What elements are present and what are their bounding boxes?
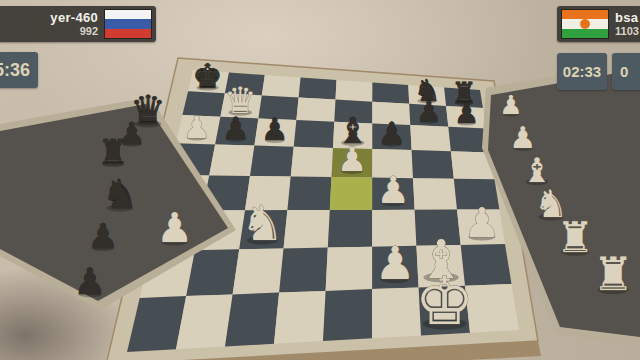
chess-board[interactable]: ♛♟♜♞♟♟♟♟♝♞♜♜♚♞♜♛♟♟♟♟♟♝♟♟♟♟♞♟♟♝♚	[0, 0, 640, 360]
chess-board-svg[interactable]: ♛♟♜♞♟♟♟♟♝♞♜♜♚♞♜♛♟♟♟♟♟♝♟♟♟♟♞♟♟♝♚	[0, 0, 640, 360]
svg-text:♟: ♟	[377, 169, 410, 212]
svg-text:♟: ♟	[499, 90, 522, 120]
left-player-timer: 5:36	[0, 52, 38, 88]
left-player-plate: yer-460 992	[0, 6, 156, 42]
svg-text:♟: ♟	[454, 97, 479, 130]
svg-text:♟: ♟	[88, 216, 118, 256]
svg-text:♟: ♟	[337, 140, 367, 179]
svg-text:♟: ♟	[183, 110, 210, 145]
game-screen: ♛♟♜♞♟♟♟♟♝♞♜♜♚♞♜♛♟♟♟♟♟♝♟♟♟♟♞♟♟♝♚ yer-460 …	[0, 0, 640, 360]
svg-text:♞: ♞	[241, 195, 284, 251]
niger-flag-icon	[561, 9, 609, 39]
svg-text:♞: ♞	[102, 171, 138, 217]
svg-text:♚: ♚	[192, 57, 222, 96]
right-player-timer: 02:33	[557, 53, 607, 90]
right-player-timer-extra: 0	[612, 53, 640, 90]
svg-text:♟: ♟	[74, 261, 106, 302]
right-player-name: bsa	[615, 11, 638, 25]
svg-text:♟: ♟	[416, 95, 441, 128]
svg-text:♟: ♟	[464, 199, 501, 247]
svg-text:♚: ♚	[415, 262, 475, 340]
svg-text:♟: ♟	[222, 111, 249, 146]
svg-text:♟: ♟	[156, 204, 193, 252]
left-player-rating: 992	[80, 25, 98, 37]
svg-text:♜: ♜	[98, 132, 128, 172]
svg-text:♟: ♟	[378, 116, 405, 151]
svg-text:♜: ♜	[556, 213, 594, 262]
right-player-plate: bsa 1103	[557, 6, 640, 42]
svg-text:♟: ♟	[375, 237, 416, 290]
left-player-name: yer-460	[50, 11, 98, 25]
right-player-rating: 1103	[615, 25, 639, 37]
svg-text:♜: ♜	[592, 247, 633, 301]
russia-flag-icon	[104, 9, 152, 39]
svg-text:♟: ♟	[261, 112, 288, 147]
